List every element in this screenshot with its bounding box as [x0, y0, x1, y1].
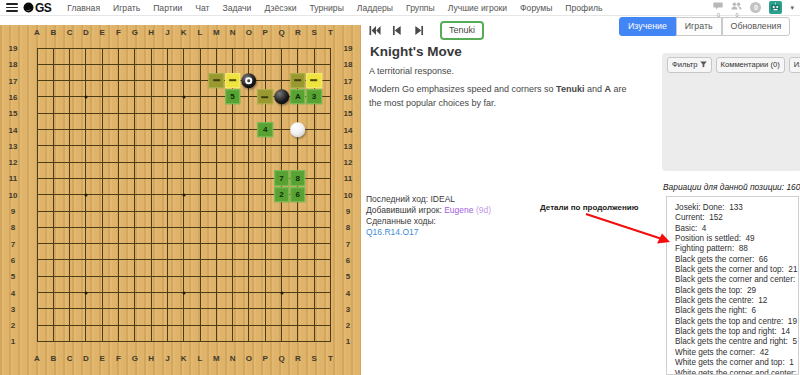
board-grid-line — [37, 64, 331, 65]
nav-item[interactable]: Задачи — [223, 3, 252, 13]
variation-item[interactable]: Black gets the top and right: 14 — [675, 327, 796, 337]
coordinate-label-left: 19 — [9, 44, 18, 53]
coordinate-label-top: N — [230, 27, 236, 36]
coordinate-label-left: 3 — [11, 304, 15, 313]
friends-count: 0 — [735, 13, 738, 19]
board-grid-line — [53, 48, 54, 342]
variation-item[interactable]: Black gets the centre: 12 — [675, 296, 796, 306]
coordinate-label-right: 1 — [346, 337, 350, 346]
star-point — [84, 291, 87, 294]
comments-panel: Фильтр Комментарии (0) Изменения — [662, 53, 800, 171]
moves-sequence-link[interactable]: Q16.R14.O17 — [366, 227, 491, 238]
coordinate-label-top: S — [311, 27, 316, 36]
joseki-marker-olive[interactable] — [257, 89, 273, 105]
notification-badge[interactable]: 0 — [750, 2, 761, 13]
added-by-line: Добавивший игрок: Eugene (9d) — [366, 205, 491, 216]
coordinate-label-right: 10 — [344, 190, 353, 199]
coordinate-label-left: 4 — [11, 288, 15, 297]
coordinate-label-top: L — [198, 27, 203, 36]
coordinate-label-bottom: D — [83, 354, 89, 363]
coordinate-label-bottom: S — [311, 354, 316, 363]
coordinate-label-right: 11 — [344, 174, 352, 183]
coordinate-label-left: 17 — [9, 76, 18, 85]
joseki-title: Knight's Move — [370, 44, 462, 59]
board-grid-line — [37, 276, 331, 277]
coordinate-label-bottom: F — [116, 354, 121, 363]
variations-list: Joseki: Done: 133Current: 152Basic: 4Pos… — [666, 196, 799, 375]
coordinate-label-top: P — [263, 27, 268, 36]
joseki-marker-green[interactable]: 7 — [274, 171, 290, 187]
board-grid-line — [37, 259, 331, 260]
coordinate-label-left: 6 — [11, 255, 15, 264]
coordinate-label-bottom: O — [246, 354, 252, 363]
variation-item[interactable]: Black gets the corner and center: 3 — [675, 275, 796, 285]
coordinate-label-left: 15 — [9, 109, 18, 118]
coordinate-label-left: 9 — [11, 207, 15, 216]
coordinate-label-right: 19 — [344, 44, 353, 53]
joseki-marker-yellow[interactable] — [306, 73, 322, 89]
filter-tab[interactable]: Фильтр — [667, 57, 712, 73]
coordinate-label-left: 7 — [11, 239, 15, 248]
tenuki-button[interactable]: Tenuki — [440, 21, 484, 40]
coordinate-label-bottom: R — [295, 354, 301, 363]
coordinate-label-bottom: G — [132, 354, 138, 363]
board-grid-line — [37, 48, 38, 342]
coordinate-label-top: O — [246, 27, 252, 36]
nav-item[interactable]: Чат — [195, 3, 209, 13]
mode-button[interactable]: Обновления — [722, 17, 791, 36]
variation-item[interactable]: Fighting pattern: 88 — [675, 244, 796, 254]
board-grid-line — [37, 308, 331, 309]
coordinate-label-bottom: N — [230, 354, 236, 363]
board-grid-line — [37, 243, 331, 244]
coordinate-label-top: K — [181, 27, 187, 36]
coordinate-label-top: A — [34, 27, 40, 36]
contributor-link[interactable]: Eugene — [444, 205, 473, 215]
coordinate-label-top: J — [165, 27, 169, 36]
board-grid-line — [102, 48, 103, 342]
coordinate-label-top: M — [213, 27, 220, 36]
coordinate-label-right: 6 — [346, 255, 350, 264]
coordinate-label-bottom: M — [213, 354, 220, 363]
joseki-marker-olive[interactable] — [290, 73, 306, 89]
coordinate-label-right: 7 — [346, 239, 350, 248]
board-grid-line — [134, 48, 135, 342]
board-grid-line — [37, 113, 331, 114]
coordinate-label-left: 14 — [9, 125, 18, 134]
board-grid-line — [37, 145, 331, 146]
coordinate-label-top: E — [100, 27, 105, 36]
nav-menu: ГлавнаяИгратьПартииЧатЗадачиДзёсэкиТурни… — [67, 3, 602, 13]
coordinate-label-right: 4 — [346, 288, 350, 297]
joseki-marker-green[interactable]: 4 — [257, 122, 273, 138]
joseki-marker-yellow[interactable] — [225, 73, 241, 89]
ogs-joseki-page: GS ГлавнаяИгратьПартииЧатЗадачиДзёсэкиТу… — [0, 0, 800, 375]
nav-item[interactable]: Дзёсэки — [264, 3, 296, 13]
coordinate-label-bottom: L — [198, 354, 203, 363]
star-point — [182, 95, 185, 98]
nav-item[interactable]: Группы — [406, 3, 435, 13]
variation-item[interactable]: White gets the corner and top: 1 — [675, 358, 796, 368]
joseki-marker-green[interactable]: 6 — [290, 187, 306, 203]
variation-item[interactable]: Current: 152 — [675, 213, 796, 223]
coordinate-label-right: 3 — [346, 304, 350, 313]
board-grid-line — [248, 48, 249, 342]
joseki-marker-olive[interactable] — [209, 73, 225, 89]
previous-move-button[interactable] — [390, 24, 403, 37]
board-grid-line — [200, 48, 201, 342]
nav-item[interactable]: Профиль — [565, 3, 602, 13]
people-icon — [731, 0, 742, 13]
coordinate-label-bottom: K — [181, 354, 187, 363]
variation-item[interactable]: Black gets the right: 6 — [675, 306, 796, 316]
coordinate-label-right: 8 — [346, 223, 350, 232]
stone-black[interactable] — [274, 89, 290, 105]
nav-item[interactable]: Играть — [113, 3, 140, 13]
nav-right-icons: 0 0 0 ▾ — [713, 0, 794, 19]
coordinate-label-bottom: Q — [278, 354, 284, 363]
coordinate-label-top: T — [328, 27, 333, 36]
next-move-button[interactable] — [412, 24, 425, 37]
board-grid-line — [37, 341, 331, 342]
variation-item[interactable]: Black gets the top and centre: 19 — [675, 317, 796, 327]
coordinate-label-bottom: B — [50, 354, 56, 363]
mode-button[interactable]: Изучение — [619, 17, 676, 36]
star-point — [84, 95, 87, 98]
variation-item[interactable]: Joseki: Done: 133 — [675, 203, 796, 213]
variation-item[interactable]: Position is settled: 49 — [675, 234, 796, 244]
coordinate-label-top: Q — [278, 27, 284, 36]
mode-button[interactable]: Играть — [676, 17, 722, 36]
coordinate-label-left: 13 — [9, 141, 18, 150]
coordinate-label-left: 11 — [9, 174, 17, 183]
comments-tab[interactable]: Комментарии (0) — [716, 57, 785, 73]
comments-tabs: Фильтр Комментарии (0) Изменения — [662, 53, 800, 73]
coordinate-label-left: 12 — [9, 158, 18, 167]
coordinate-label-right: 9 — [346, 207, 350, 216]
joseki-marker-green[interactable]: 2 — [274, 187, 290, 203]
coordinate-label-right: 18 — [344, 60, 353, 69]
variation-item[interactable]: White gets the corner: 42 — [675, 348, 796, 358]
board-grid-line — [69, 48, 70, 342]
board-grid-line — [37, 48, 331, 49]
joseki-marker-green[interactable]: 3 — [306, 89, 322, 105]
mode-switcher: ИзучениеИгратьОбновления — [619, 17, 790, 36]
nav-item[interactable]: Ладдеры — [357, 3, 393, 13]
board-grid-line — [37, 80, 331, 81]
coordinate-label-top: C — [67, 27, 73, 36]
coordinate-label-left: 5 — [11, 272, 15, 281]
star-point — [182, 291, 185, 294]
coordinate-label-top: H — [148, 27, 154, 36]
hamburger-menu-icon[interactable] — [6, 3, 18, 12]
ogs-logo[interactable]: GS — [23, 0, 51, 17]
coordinate-label-top: F — [116, 27, 121, 36]
coordinate-label-right: 17 — [344, 76, 353, 85]
first-move-button[interactable] — [368, 24, 381, 37]
coordinate-label-left: 10 — [9, 190, 18, 199]
coordinate-label-bottom: T — [328, 354, 333, 363]
variations-header[interactable]: Вариации для данной позиции: 1605 ▾ — [663, 182, 800, 192]
coordinate-label-top: G — [132, 27, 138, 36]
chat-bubble-icon — [713, 0, 723, 13]
coordinate-label-left: 1 — [11, 337, 15, 346]
coordinate-label-right: 15 — [344, 109, 353, 118]
coordinate-label-left: 8 — [11, 223, 15, 232]
variation-item[interactable]: Black gets the corner: 66 — [675, 255, 796, 265]
changes-tab[interactable]: Изменения — [789, 57, 800, 73]
coordinate-label-bottom: J — [165, 354, 169, 363]
board-grid-line — [118, 48, 119, 342]
coordinate-label-left: 16 — [9, 92, 18, 101]
top-navbar: GS ГлавнаяИгратьПартииЧатЗадачиДзёсэкиТу… — [0, 0, 800, 16]
star-point — [84, 193, 87, 196]
moves-label-line: Сделанные ходы: — [366, 216, 491, 227]
chat-count: 0 — [717, 13, 720, 19]
board-grid-line — [37, 129, 331, 130]
coordinate-label-top: R — [295, 27, 301, 36]
stone-black[interactable] — [241, 73, 257, 89]
nav-item[interactable]: Партии — [153, 3, 182, 13]
variation-item[interactable]: Black gets the centre and right: 5 — [675, 337, 796, 347]
account-caret-icon[interactable]: ▾ — [790, 4, 794, 12]
joseki-description-line1: A territorial response. — [369, 66, 454, 76]
coordinate-label-bottom: H — [148, 354, 154, 363]
coordinate-label-bottom: E — [100, 354, 105, 363]
star-point — [182, 193, 185, 196]
coordinate-label-right: 2 — [346, 321, 350, 330]
coordinate-label-right: 14 — [344, 125, 353, 134]
coordinate-label-bottom: P — [263, 354, 268, 363]
go-stone-logo-icon — [23, 0, 34, 17]
go-board[interactable]: AABBCCDDEEFFGGHHJJKKLLMMNNOOPPQQRRSSTT19… — [0, 25, 361, 375]
chat-indicator[interactable]: 0 — [713, 0, 723, 19]
board-grid-line — [37, 325, 331, 326]
coordinate-label-left: 2 — [11, 321, 15, 330]
nav-item[interactable]: Лучшие игроки — [448, 3, 507, 13]
variation-item[interactable]: Black gets the top: 29 — [675, 286, 796, 296]
position-info-block: Последний ход: IDEAL Добавивший игрок: E… — [366, 194, 491, 238]
stone-white[interactable] — [290, 122, 306, 138]
variation-item[interactable]: Black gets the corner and top: 21 — [675, 265, 796, 275]
coordinate-label-left: 18 — [9, 60, 18, 69]
annotation-arrow — [578, 210, 678, 250]
board-grid-line — [37, 211, 331, 212]
logo-text: GS — [35, 1, 51, 15]
board-grid-line — [37, 227, 331, 228]
coordinate-label-right: 13 — [344, 141, 353, 150]
star-point — [280, 291, 283, 294]
board-grid-line — [216, 48, 217, 342]
board-grid-line — [151, 48, 152, 342]
coordinate-label-right: 12 — [344, 158, 353, 167]
nav-item[interactable]: Турниры — [310, 3, 344, 13]
coordinate-label-right: 16 — [344, 92, 353, 101]
coordinate-label-top: D — [83, 27, 89, 36]
contributor-rank: (9d) — [476, 205, 491, 215]
user-avatar[interactable] — [769, 1, 782, 14]
joseki-marker-green[interactable]: A — [290, 89, 306, 105]
board-grid-line — [330, 48, 331, 342]
friends-indicator[interactable]: 0 — [731, 0, 742, 19]
coordinate-label-bottom: A — [34, 354, 40, 363]
joseki-description-line2: Modern Go emphasizes speed and corners s… — [369, 83, 641, 111]
coordinate-label-top: B — [50, 27, 56, 36]
variation-item[interactable]: White gets the corner and center: 1 — [675, 369, 796, 375]
funnel-icon — [700, 61, 707, 68]
playback-controls: Tenuki — [368, 21, 484, 40]
last-move-line: Последний ход: IDEAL — [366, 194, 491, 205]
joseki-marker-green[interactable]: 5 — [225, 89, 241, 105]
joseki-marker-green[interactable]: 8 — [290, 171, 306, 187]
coordinate-label-bottom: C — [67, 354, 73, 363]
nav-item[interactable]: Главная — [67, 3, 100, 13]
board-grid-line — [37, 162, 331, 163]
nav-item[interactable]: Форумы — [520, 3, 552, 13]
coordinate-label-right: 5 — [346, 272, 350, 281]
last-move-marker — [246, 77, 253, 84]
board-grid-line — [167, 48, 168, 342]
variation-item[interactable]: Basic: 4 — [675, 224, 796, 234]
